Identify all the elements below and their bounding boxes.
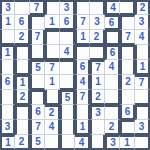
cell-r6c8[interactable] <box>105 75 120 90</box>
cell-r7c4[interactable] <box>45 90 60 105</box>
cell-r2c10[interactable]: 3 <box>135 15 150 30</box>
given-digit: 3 <box>64 3 70 13</box>
given-digit: 7 <box>80 17 86 27</box>
given-digit: 3 <box>5 3 11 13</box>
given-digit: 4 <box>79 138 85 148</box>
cell-r10c6[interactable]: 4 <box>75 135 90 150</box>
given-digit: 4 <box>64 47 70 57</box>
cell-r3c10[interactable]: 4 <box>135 30 150 45</box>
cell-r2c2[interactable]: 6 <box>15 15 30 30</box>
given-digit: 2 <box>109 122 115 132</box>
cell-r6c9[interactable]: 2 <box>120 75 135 90</box>
cell-r10c4[interactable] <box>45 135 60 150</box>
given-digit: 1 <box>5 48 11 58</box>
cell-r1c4[interactable] <box>45 0 60 15</box>
given-digit: 1 <box>20 78 26 88</box>
cell-r4c10[interactable] <box>135 45 150 60</box>
suguru-puzzle-screenshot: 3734216167363271274146576741611412725726… <box>0 0 150 150</box>
cell-r4c7[interactable] <box>90 45 105 60</box>
given-digit: 6 <box>35 107 41 117</box>
given-digit: 6 <box>5 77 11 87</box>
given-digit: 6 <box>19 17 25 27</box>
given-digit: 4 <box>80 77 86 87</box>
cell-r3c8[interactable] <box>105 30 120 45</box>
cell-r10c7[interactable] <box>90 135 105 150</box>
cell-r5c2[interactable] <box>15 60 30 75</box>
given-digit: 3 <box>95 108 101 118</box>
cell-r3c7[interactable]: 2 <box>90 30 105 45</box>
cell-r5c8[interactable]: 4 <box>105 60 120 75</box>
cell-r2c3[interactable] <box>30 15 45 30</box>
cell-r8c1[interactable] <box>0 105 15 120</box>
cell-r10c5[interactable] <box>60 135 75 150</box>
cell-r8c4[interactable]: 2 <box>45 105 60 120</box>
cell-r4c6[interactable] <box>75 45 90 60</box>
cell-r1c9[interactable] <box>120 0 135 15</box>
cell-r7c6[interactable]: 7 <box>75 90 90 105</box>
cell-r9c6[interactable]: 1 <box>75 120 90 135</box>
given-digit: 6 <box>64 17 70 27</box>
cell-r9c4[interactable]: 4 <box>45 120 60 135</box>
cell-r6c1[interactable]: 6 <box>0 75 15 90</box>
given-digit: 5 <box>35 63 41 73</box>
cell-r6c10[interactable]: 7 <box>135 75 150 90</box>
given-digit: 6 <box>110 48 116 58</box>
cell-r1c7[interactable] <box>90 0 105 15</box>
cell-r5c1[interactable] <box>0 60 15 75</box>
cell-r4c9[interactable] <box>120 45 135 60</box>
cell-r9c7[interactable] <box>90 120 105 135</box>
cell-r9c1[interactable]: 3 <box>0 120 15 135</box>
given-digit: 6 <box>109 18 115 28</box>
given-digit: 2 <box>95 92 101 102</box>
cell-r9c10[interactable]: 3 <box>135 120 150 135</box>
cell-r9c8[interactable]: 2 <box>105 120 120 135</box>
given-digit: 2 <box>125 77 131 87</box>
cell-r10c8[interactable]: 3 <box>105 135 120 150</box>
cell-r5c7[interactable]: 7 <box>90 60 105 75</box>
cell-r2c6[interactable]: 7 <box>75 15 90 30</box>
given-digit: 4 <box>49 122 55 132</box>
given-digit: 1 <box>95 77 101 87</box>
given-digit: 6 <box>125 107 131 117</box>
cell-r8c6[interactable] <box>75 105 90 120</box>
cell-r2c9[interactable] <box>120 15 135 30</box>
cell-r8c10[interactable] <box>135 105 150 120</box>
given-digit: 2 <box>140 3 146 13</box>
cell-r3c2[interactable]: 2 <box>15 30 30 45</box>
cell-r7c1[interactable] <box>0 90 15 105</box>
given-digit: 7 <box>125 32 131 42</box>
given-digit: 7 <box>95 63 101 73</box>
given-digit: 3 <box>5 122 11 132</box>
given-digit: 1 <box>80 122 86 132</box>
cell-r9c5[interactable] <box>60 120 75 135</box>
given-digit: 7 <box>49 63 55 73</box>
cell-r8c9[interactable]: 6 <box>120 105 135 120</box>
cell-r10c3[interactable]: 5 <box>30 135 45 150</box>
cell-r10c1[interactable]: 1 <box>0 135 15 150</box>
cell-r10c9[interactable]: 1 <box>120 135 135 150</box>
cell-r4c4[interactable] <box>45 45 60 60</box>
cell-r7c7[interactable]: 2 <box>90 90 105 105</box>
cell-r6c5[interactable] <box>60 75 75 90</box>
suguru-board: 3734216167363271274146576741611412725726… <box>0 0 150 150</box>
cell-r10c2[interactable]: 2 <box>15 135 30 150</box>
cell-r2c4[interactable]: 1 <box>45 15 60 30</box>
cell-r5c9[interactable] <box>120 60 135 75</box>
cell-r1c5[interactable]: 3 <box>60 0 75 15</box>
cell-r4c1[interactable]: 1 <box>0 45 15 60</box>
cell-r2c1[interactable]: 1 <box>0 15 15 30</box>
cell-r2c7[interactable]: 3 <box>90 15 105 30</box>
cell-r9c9[interactable] <box>120 120 135 135</box>
cell-r1c1[interactable]: 3 <box>0 0 15 15</box>
cell-r2c8[interactable]: 6 <box>105 15 120 30</box>
cell-r1c3[interactable]: 7 <box>30 0 45 15</box>
given-digit: 3 <box>94 17 100 27</box>
cell-r3c9[interactable]: 7 <box>120 30 135 45</box>
given-digit: 2 <box>19 137 25 147</box>
given-digit: 7 <box>35 32 41 42</box>
given-digit: 3 <box>110 138 116 148</box>
given-digit: 1 <box>49 17 55 27</box>
given-digit: 7 <box>35 122 41 132</box>
given-digit: 2 <box>20 92 26 102</box>
given-digit: 4 <box>139 32 145 42</box>
given-digit: 1 <box>5 138 11 148</box>
cell-r1c10[interactable]: 2 <box>135 0 150 15</box>
given-digit: 5 <box>35 137 41 147</box>
given-digit: 1 <box>140 62 146 72</box>
given-digit: 7 <box>139 78 145 88</box>
cell-r4c5[interactable]: 4 <box>60 45 75 60</box>
cell-r5c10[interactable]: 1 <box>135 60 150 75</box>
cell-r9c3[interactable]: 7 <box>30 120 45 135</box>
given-digit: 2 <box>94 32 100 42</box>
given-digit: 3 <box>139 17 145 27</box>
given-digit: 3 <box>139 122 145 132</box>
cell-r6c2[interactable]: 1 <box>15 75 30 90</box>
cell-r1c6[interactable] <box>75 0 90 15</box>
cell-r7c2[interactable]: 2 <box>15 90 30 105</box>
cell-r6c6[interactable]: 4 <box>75 75 90 90</box>
cell-r5c6[interactable]: 6 <box>75 60 90 75</box>
cell-r2c5[interactable]: 6 <box>60 15 75 30</box>
cell-r1c8[interactable]: 4 <box>105 0 120 15</box>
given-digit: 7 <box>80 92 86 102</box>
given-digit: 1 <box>5 17 11 27</box>
cell-r8c3[interactable]: 6 <box>30 105 45 120</box>
cell-r4c2[interactable] <box>15 45 30 60</box>
cell-r3c5[interactable] <box>60 30 75 45</box>
cell-r6c3[interactable] <box>30 75 45 90</box>
given-digit: 1 <box>49 77 55 87</box>
cell-r3c6[interactable]: 1 <box>75 30 90 45</box>
cell-r10c10[interactable] <box>135 135 150 150</box>
cell-r4c8[interactable]: 6 <box>105 45 120 60</box>
cell-r5c4[interactable]: 7 <box>45 60 60 75</box>
cell-r8c2[interactable] <box>15 105 30 120</box>
cell-r5c5[interactable] <box>60 60 75 75</box>
cell-r3c4[interactable] <box>45 30 60 45</box>
given-digit: 1 <box>124 138 130 148</box>
given-digit: 4 <box>110 3 116 13</box>
cell-r7c9[interactable] <box>120 90 135 105</box>
cell-r9c2[interactable] <box>15 120 30 135</box>
cell-r8c5[interactable] <box>60 105 75 120</box>
cell-r8c8[interactable] <box>105 105 120 120</box>
cell-r7c10[interactable] <box>135 90 150 105</box>
given-digit: 2 <box>19 32 25 42</box>
given-digit: 5 <box>65 93 71 103</box>
cell-r3c1[interactable] <box>0 30 15 45</box>
given-digit: 1 <box>80 32 86 42</box>
cell-r7c3[interactable] <box>30 90 45 105</box>
cell-r7c5[interactable]: 5 <box>60 90 75 105</box>
cell-r4c3[interactable] <box>30 45 45 60</box>
cell-r3c3[interactable]: 7 <box>30 30 45 45</box>
given-digit: 4 <box>109 62 115 72</box>
cell-r6c4[interactable]: 1 <box>45 75 60 90</box>
cell-r6c7[interactable]: 1 <box>90 75 105 90</box>
given-digit: 7 <box>34 3 40 13</box>
cell-r5c3[interactable]: 5 <box>30 60 45 75</box>
cell-r1c2[interactable] <box>15 0 30 15</box>
cell-r8c7[interactable]: 3 <box>90 105 105 120</box>
given-digit: 2 <box>49 108 55 118</box>
cell-r7c8[interactable] <box>105 90 120 105</box>
given-digit: 6 <box>80 62 86 72</box>
